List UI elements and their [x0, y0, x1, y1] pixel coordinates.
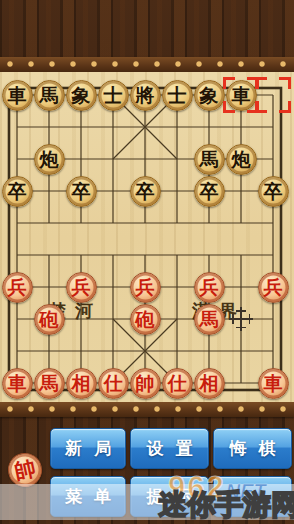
- xiangqi-board[interactable]: 楚河 漢界: [0, 72, 294, 402]
- piece-red-相[interactable]: 相: [66, 368, 97, 399]
- piece-red-馬[interactable]: 馬: [34, 368, 65, 399]
- piece-black-象[interactable]: 象: [66, 80, 97, 111]
- piece-red-車[interactable]: 車: [2, 368, 33, 399]
- piece-black-卒[interactable]: 卒: [194, 176, 225, 207]
- piece-black-炮[interactable]: 炮: [34, 144, 65, 175]
- piece-red-馬[interactable]: 馬: [194, 304, 225, 335]
- piece-red-兵[interactable]: 兵: [2, 272, 33, 303]
- piece-black-象[interactable]: 象: [194, 80, 225, 111]
- piece-red-兵[interactable]: 兵: [66, 272, 97, 303]
- piece-red-仕[interactable]: 仕: [162, 368, 193, 399]
- piece-red-車[interactable]: 車: [258, 368, 289, 399]
- last-move-from-marker: [255, 77, 291, 113]
- piece-black-馬[interactable]: 馬: [34, 80, 65, 111]
- piece-red-相[interactable]: 相: [194, 368, 225, 399]
- last-move-to-marker: [223, 77, 259, 113]
- settings-button[interactable]: 设置: [130, 428, 209, 469]
- watermark-site-name: 迷你手游网: [159, 486, 294, 524]
- piece-red-兵[interactable]: 兵: [194, 272, 225, 303]
- piece-black-士[interactable]: 士: [98, 80, 129, 111]
- xiangqi-app: 楚河 漢界 車馬象士將士象車炮馬炮卒卒卒卒卒兵兵兵兵兵砲砲馬車馬相仕帥仕相車 帥…: [0, 0, 294, 524]
- piece-red-兵[interactable]: 兵: [258, 272, 289, 303]
- piece-black-將[interactable]: 將: [130, 80, 161, 111]
- piece-black-車[interactable]: 車: [2, 80, 33, 111]
- piece-black-卒[interactable]: 卒: [130, 176, 161, 207]
- piece-black-馬[interactable]: 馬: [194, 144, 225, 175]
- piece-black-卒[interactable]: 卒: [2, 176, 33, 207]
- undo-button[interactable]: 悔棋: [213, 428, 292, 469]
- new-game-button[interactable]: 新局: [50, 428, 126, 469]
- piece-red-仕[interactable]: 仕: [98, 368, 129, 399]
- board-grid: [0, 72, 294, 402]
- piece-red-砲[interactable]: 砲: [130, 304, 161, 335]
- crosshair-cursor: [229, 307, 253, 331]
- piece-black-卒[interactable]: 卒: [66, 176, 97, 207]
- board-frame-top: [0, 57, 294, 72]
- piece-black-炮[interactable]: 炮: [226, 144, 257, 175]
- piece-black-卒[interactable]: 卒: [258, 176, 289, 207]
- piece-red-砲[interactable]: 砲: [34, 304, 65, 335]
- piece-red-兵[interactable]: 兵: [130, 272, 161, 303]
- piece-black-士[interactable]: 士: [162, 80, 193, 111]
- board-frame-bottom: [0, 402, 294, 417]
- piece-red-帥[interactable]: 帥: [130, 368, 161, 399]
